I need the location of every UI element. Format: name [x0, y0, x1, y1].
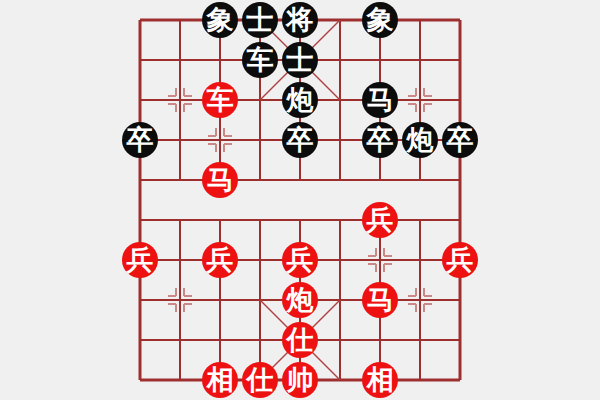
black-soldier-piece[interactable]: 卒: [442, 122, 478, 158]
red-chariot-piece[interactable]: 车: [202, 82, 238, 118]
black-advisor-piece[interactable]: 士: [282, 42, 318, 78]
black-horse-piece[interactable]: 马: [362, 82, 398, 118]
black-soldier-piece[interactable]: 卒: [282, 122, 318, 158]
black-cannon-piece[interactable]: 炮: [282, 82, 318, 118]
black-elephant-piece[interactable]: 象: [202, 2, 238, 38]
red-advisor-piece[interactable]: 仕: [242, 362, 278, 398]
black-advisor-piece[interactable]: 士: [242, 2, 278, 38]
red-advisor-piece[interactable]: 仕: [282, 322, 318, 358]
red-elephant-piece[interactable]: 相: [202, 362, 238, 398]
red-horse-piece[interactable]: 马: [202, 162, 238, 198]
red-horse-piece[interactable]: 马: [362, 282, 398, 318]
red-cannon-piece[interactable]: 炮: [282, 282, 318, 318]
red-elephant-piece[interactable]: 相: [362, 362, 398, 398]
red-soldier-piece[interactable]: 兵: [122, 242, 158, 278]
black-soldier-piece[interactable]: 卒: [122, 122, 158, 158]
red-general-piece[interactable]: 帅: [282, 362, 318, 398]
red-soldier-piece[interactable]: 兵: [362, 202, 398, 238]
xiangqi-app-screen: 象士将象车士车炮马卒卒卒炮卒马兵兵兵兵兵炮马仕相仕帅相: [0, 0, 600, 400]
black-elephant-piece[interactable]: 象: [362, 2, 398, 38]
black-chariot-piece[interactable]: 车: [242, 42, 278, 78]
red-soldier-piece[interactable]: 兵: [202, 242, 238, 278]
red-soldier-piece[interactable]: 兵: [442, 242, 478, 278]
black-soldier-piece[interactable]: 卒: [362, 122, 398, 158]
black-cannon-piece[interactable]: 炮: [402, 122, 438, 158]
red-soldier-piece[interactable]: 兵: [282, 242, 318, 278]
black-general-piece[interactable]: 将: [282, 2, 318, 38]
pieces-layer: 象士将象车士车炮马卒卒卒炮卒马兵兵兵兵兵炮马仕相仕帅相: [0, 0, 600, 400]
